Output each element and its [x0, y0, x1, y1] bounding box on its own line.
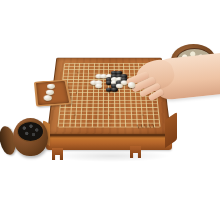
black-stone[interactable] [111, 87, 118, 91]
board-cell[interactable] [157, 125, 163, 129]
white-stone[interactable] [43, 95, 52, 101]
white-stone[interactable] [95, 84, 102, 88]
go-set-photo [0, 0, 220, 220]
black-stones-in-bowl [17, 121, 44, 142]
star-point [108, 114, 110, 115]
star-point [75, 114, 77, 115]
star-point [108, 92, 110, 93]
stone-drawer [34, 80, 72, 107]
board-cell[interactable] [112, 88, 117, 91]
board-apron-front [46, 134, 172, 150]
table-shadow [52, 150, 170, 162]
star-point [76, 92, 78, 93]
held-white-stone[interactable] [128, 82, 135, 88]
board-cell[interactable] [117, 84, 122, 87]
star-point [78, 72, 80, 73]
black-stone-bowl [13, 118, 48, 156]
board-apron-right [165, 112, 177, 148]
white-stone[interactable] [47, 84, 56, 90]
white-stone[interactable] [45, 89, 54, 95]
star-point [141, 114, 143, 115]
board-cell[interactable] [96, 84, 101, 87]
